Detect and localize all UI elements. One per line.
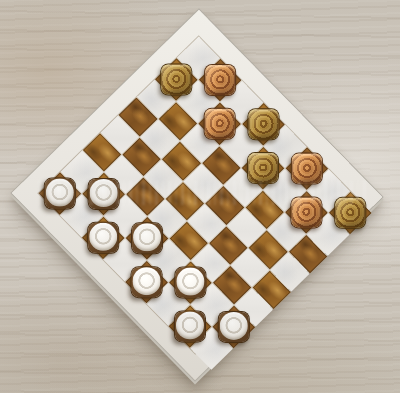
photo-canvas <box>0 0 400 393</box>
checker-piece-brown[interactable] <box>161 65 191 95</box>
checker-piece-white[interactable] <box>89 179 119 209</box>
checker-piece-white[interactable] <box>219 312 249 342</box>
checker-piece-white[interactable] <box>88 223 118 253</box>
checker-piece-brown[interactable] <box>335 198 365 228</box>
checker-piece-white[interactable] <box>175 311 205 341</box>
checker-piece-brown[interactable] <box>292 154 322 184</box>
checker-piece-brown[interactable] <box>205 109 235 139</box>
checker-piece-brown[interactable] <box>291 197 321 227</box>
checker-piece-brown[interactable] <box>205 65 235 95</box>
checker-piece-brown[interactable] <box>249 109 279 139</box>
checkers-board <box>12 10 383 381</box>
checker-piece-white[interactable] <box>175 268 205 298</box>
board-playing-area <box>39 37 356 354</box>
checker-piece-white[interactable] <box>132 267 162 297</box>
checker-piece-white[interactable] <box>132 223 162 253</box>
checker-piece-brown[interactable] <box>248 153 278 183</box>
checker-piece-white[interactable] <box>45 179 75 209</box>
